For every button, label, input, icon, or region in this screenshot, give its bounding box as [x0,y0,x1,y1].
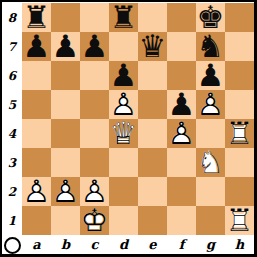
square-d3[interactable] [109,148,138,177]
square-a8[interactable]: ♜ [22,3,51,32]
piece-white-pawn-d5-fill: ♟ [109,90,138,119]
file-label-g: g [196,235,225,254]
square-d6[interactable]: ♟ [109,61,138,90]
square-h5[interactable] [225,90,254,119]
square-c3[interactable] [80,148,109,177]
square-f8[interactable] [167,3,196,32]
square-g5[interactable]: ♟♙ [196,90,225,119]
rank-label-8: 8 [2,3,22,32]
square-d8[interactable]: ♜ [109,3,138,32]
square-g1[interactable] [196,206,225,235]
square-a3[interactable] [22,148,51,177]
square-g6[interactable]: ♟ [196,61,225,90]
piece-black-queen-e7: ♛ [138,32,167,61]
piece-white-pawn-d5: ♙ [109,90,138,119]
piece-black-pawn-b7: ♟ [51,32,80,61]
square-b2[interactable]: ♟♙ [51,177,80,206]
square-h1[interactable]: ♜♖ [225,206,254,235]
square-e5[interactable] [138,90,167,119]
square-d7[interactable] [109,32,138,61]
square-g8[interactable]: ♚ [196,3,225,32]
square-g7[interactable]: ♞ [196,32,225,61]
piece-white-rook-h4: ♖ [225,119,254,148]
piece-white-pawn-a2-fill: ♟ [22,177,51,206]
piece-black-knight-g7: ♞ [196,32,225,61]
piece-white-pawn-f4-fill: ♟ [167,119,196,148]
square-c8[interactable] [80,3,109,32]
square-a5[interactable] [22,90,51,119]
file-labels: abcdefgh [22,235,254,254]
chess-diagram: ♜♜♚♟♟♟♛♞♟♟♟♙♟♟♙♛♕♟♙♜♖♞♘♟♙♟♙♟♙♚♔♜♖ 876543… [0,0,257,257]
square-b8[interactable] [51,3,80,32]
square-c2[interactable]: ♟♙ [80,177,109,206]
piece-black-pawn-c7: ♟ [80,32,109,61]
piece-white-queen-d4-fill: ♛ [109,119,138,148]
square-e6[interactable] [138,61,167,90]
square-a1[interactable] [22,206,51,235]
square-d4[interactable]: ♛♕ [109,119,138,148]
square-h3[interactable] [225,148,254,177]
square-b3[interactable] [51,148,80,177]
square-f6[interactable] [167,61,196,90]
square-g3[interactable]: ♞♘ [196,148,225,177]
piece-white-knight-g3-fill: ♞ [196,148,225,177]
file-label-b: b [51,235,80,254]
piece-black-pawn-g6: ♟ [196,61,225,90]
square-d2[interactable] [109,177,138,206]
rank-label-4: 4 [2,119,22,148]
piece-white-pawn-g5: ♙ [196,90,225,119]
square-b5[interactable] [51,90,80,119]
square-b6[interactable] [51,61,80,90]
piece-black-rook-a8: ♜ [22,3,51,32]
square-g2[interactable] [196,177,225,206]
piece-white-pawn-f4: ♙ [167,119,196,148]
white-to-move-indicator-icon [4,237,21,254]
square-f1[interactable] [167,206,196,235]
square-e2[interactable] [138,177,167,206]
file-label-h: h [225,235,254,254]
file-label-a: a [22,235,51,254]
square-e7[interactable]: ♛ [138,32,167,61]
square-b7[interactable]: ♟ [51,32,80,61]
piece-white-pawn-c2: ♙ [80,177,109,206]
square-e3[interactable] [138,148,167,177]
square-f3[interactable] [167,148,196,177]
square-d1[interactable] [109,206,138,235]
square-e4[interactable] [138,119,167,148]
square-f2[interactable] [167,177,196,206]
file-label-c: c [80,235,109,254]
piece-black-king-g8: ♚ [196,3,225,32]
rank-label-7: 7 [2,32,22,61]
square-e8[interactable] [138,3,167,32]
square-f5[interactable]: ♟ [167,90,196,119]
square-d5[interactable]: ♟♙ [109,90,138,119]
piece-white-pawn-a2: ♙ [22,177,51,206]
chess-board: ♜♜♚♟♟♟♛♞♟♟♟♙♟♟♙♛♕♟♙♜♖♞♘♟♙♟♙♟♙♚♔♜♖ [22,3,254,235]
piece-black-pawn-a7: ♟ [22,32,51,61]
square-f7[interactable] [167,32,196,61]
piece-black-rook-d8: ♜ [109,3,138,32]
square-e1[interactable] [138,206,167,235]
square-g4[interactable] [196,119,225,148]
square-f4[interactable]: ♟♙ [167,119,196,148]
file-label-e: e [138,235,167,254]
piece-black-pawn-f5: ♟ [167,90,196,119]
square-h7[interactable] [225,32,254,61]
square-c1[interactable]: ♚♔ [80,206,109,235]
piece-white-pawn-b2-fill: ♟ [51,177,80,206]
square-a7[interactable]: ♟ [22,32,51,61]
file-label-d: d [109,235,138,254]
square-b1[interactable] [51,206,80,235]
square-h2[interactable] [225,177,254,206]
rank-label-6: 6 [2,61,22,90]
piece-white-rook-h4-fill: ♜ [225,119,254,148]
square-b4[interactable] [51,119,80,148]
file-label-f: f [167,235,196,254]
rank-label-3: 3 [2,148,22,177]
diagram-panel: ♜♜♚♟♟♟♛♞♟♟♟♙♟♟♙♛♕♟♙♜♖♞♘♟♙♟♙♟♙♚♔♜♖ 876543… [2,2,254,254]
square-a4[interactable] [22,119,51,148]
piece-white-knight-g3: ♘ [196,148,225,177]
piece-white-queen-d4: ♕ [109,119,138,148]
square-h8[interactable] [225,3,254,32]
square-h6[interactable] [225,61,254,90]
piece-white-rook-h1-fill: ♜ [225,206,254,235]
square-c7[interactable]: ♟ [80,32,109,61]
piece-white-pawn-b2: ♙ [51,177,80,206]
piece-black-pawn-d6: ♟ [109,61,138,90]
square-h4[interactable]: ♜♖ [225,119,254,148]
piece-white-pawn-g5-fill: ♟ [196,90,225,119]
square-c4[interactable] [80,119,109,148]
rank-labels: 87654321 [2,3,22,235]
square-c5[interactable] [80,90,109,119]
rank-label-5: 5 [2,90,22,119]
square-a2[interactable]: ♟♙ [22,177,51,206]
piece-white-rook-h1: ♖ [225,206,254,235]
square-c6[interactable] [80,61,109,90]
piece-white-king-c1: ♔ [80,206,109,235]
piece-white-pawn-c2-fill: ♟ [80,177,109,206]
square-a6[interactable] [22,61,51,90]
piece-white-king-c1-fill: ♚ [80,206,109,235]
rank-label-1: 1 [2,206,22,235]
rank-label-2: 2 [2,177,22,206]
